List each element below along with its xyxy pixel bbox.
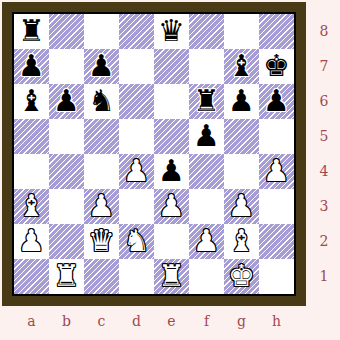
square-c4[interactable] bbox=[84, 154, 119, 189]
white-pawn[interactable]: ♟ bbox=[154, 189, 189, 224]
square-d2[interactable]: ♞ bbox=[119, 224, 154, 259]
black-pawn[interactable]: ♟ bbox=[49, 84, 84, 119]
white-pawn[interactable]: ♟ bbox=[119, 154, 154, 189]
square-d3[interactable] bbox=[119, 189, 154, 224]
square-e4[interactable]: ♟ bbox=[154, 154, 189, 189]
square-b4[interactable] bbox=[49, 154, 84, 189]
square-a2[interactable]: ♟ bbox=[14, 224, 49, 259]
square-b1[interactable]: ♜ bbox=[49, 259, 84, 294]
square-f6[interactable]: ♜ bbox=[189, 84, 224, 119]
square-b8[interactable] bbox=[49, 14, 84, 49]
file-label-h: h bbox=[259, 308, 294, 334]
white-knight[interactable]: ♞ bbox=[119, 224, 154, 259]
black-rook[interactable]: ♜ bbox=[14, 14, 49, 49]
file-label-e: e bbox=[154, 308, 189, 334]
white-pawn[interactable]: ♟ bbox=[189, 224, 224, 259]
square-e8[interactable]: ♛ bbox=[154, 14, 189, 49]
black-pawn[interactable]: ♟ bbox=[154, 154, 189, 189]
square-h8[interactable] bbox=[259, 14, 294, 49]
square-h1[interactable] bbox=[259, 259, 294, 294]
square-h3[interactable] bbox=[259, 189, 294, 224]
square-e2[interactable] bbox=[154, 224, 189, 259]
square-c1[interactable] bbox=[84, 259, 119, 294]
square-f7[interactable] bbox=[189, 49, 224, 84]
rank-label-1: 1 bbox=[312, 259, 336, 294]
rank-label-6: 6 bbox=[312, 84, 336, 119]
black-bishop[interactable]: ♝ bbox=[14, 84, 49, 119]
black-pawn[interactable]: ♟ bbox=[224, 84, 259, 119]
square-e7[interactable] bbox=[154, 49, 189, 84]
square-b3[interactable] bbox=[49, 189, 84, 224]
square-c2[interactable]: ♛ bbox=[84, 224, 119, 259]
square-g2[interactable]: ♝ bbox=[224, 224, 259, 259]
square-e1[interactable]: ♜ bbox=[154, 259, 189, 294]
rank-label-7: 7 bbox=[312, 49, 336, 84]
white-rook[interactable]: ♜ bbox=[49, 259, 84, 294]
square-h5[interactable] bbox=[259, 119, 294, 154]
square-a6[interactable]: ♝ bbox=[14, 84, 49, 119]
rank-label-2: 2 bbox=[312, 224, 336, 259]
square-d7[interactable] bbox=[119, 49, 154, 84]
square-f8[interactable] bbox=[189, 14, 224, 49]
square-a5[interactable] bbox=[14, 119, 49, 154]
square-g3[interactable]: ♟ bbox=[224, 189, 259, 224]
black-bishop[interactable]: ♝ bbox=[224, 49, 259, 84]
square-d4[interactable]: ♟ bbox=[119, 154, 154, 189]
square-c6[interactable]: ♞ bbox=[84, 84, 119, 119]
chess-board-frame: ♜♛♟♟♝♚♝♟♞♜♟♟♟♟♟♟♝♟♟♟♟♛♞♟♝♜♜♚ bbox=[2, 2, 306, 306]
white-pawn[interactable]: ♟ bbox=[84, 189, 119, 224]
square-d5[interactable] bbox=[119, 119, 154, 154]
square-d6[interactable] bbox=[119, 84, 154, 119]
black-pawn[interactable]: ♟ bbox=[189, 119, 224, 154]
square-c5[interactable] bbox=[84, 119, 119, 154]
square-a8[interactable]: ♜ bbox=[14, 14, 49, 49]
file-label-b: b bbox=[49, 308, 84, 334]
square-e3[interactable]: ♟ bbox=[154, 189, 189, 224]
square-g5[interactable] bbox=[224, 119, 259, 154]
square-d1[interactable] bbox=[119, 259, 154, 294]
file-label-g: g bbox=[224, 308, 259, 334]
black-pawn[interactable]: ♟ bbox=[14, 49, 49, 84]
white-rook[interactable]: ♜ bbox=[154, 259, 189, 294]
file-label-c: c bbox=[84, 308, 119, 334]
square-f2[interactable]: ♟ bbox=[189, 224, 224, 259]
file-label-d: d bbox=[119, 308, 154, 334]
white-bishop[interactable]: ♝ bbox=[224, 224, 259, 259]
white-king[interactable]: ♚ bbox=[224, 259, 259, 294]
square-b5[interactable] bbox=[49, 119, 84, 154]
square-f4[interactable] bbox=[189, 154, 224, 189]
white-bishop[interactable]: ♝ bbox=[14, 189, 49, 224]
rank-label-4: 4 bbox=[312, 154, 336, 189]
file-label-f: f bbox=[189, 308, 224, 334]
square-a1[interactable] bbox=[14, 259, 49, 294]
square-f5[interactable]: ♟ bbox=[189, 119, 224, 154]
rank-label-3: 3 bbox=[312, 189, 336, 224]
white-queen[interactable]: ♛ bbox=[84, 224, 119, 259]
square-a4[interactable] bbox=[14, 154, 49, 189]
board-grid: ♜♛♟♟♝♚♝♟♞♜♟♟♟♟♟♟♝♟♟♟♟♛♞♟♝♜♜♚ bbox=[14, 14, 294, 294]
square-d8[interactable] bbox=[119, 14, 154, 49]
square-g4[interactable] bbox=[224, 154, 259, 189]
square-b6[interactable]: ♟ bbox=[49, 84, 84, 119]
rank-label-5: 5 bbox=[312, 119, 336, 154]
white-pawn[interactable]: ♟ bbox=[259, 154, 294, 189]
black-king[interactable]: ♚ bbox=[259, 49, 294, 84]
file-label-a: a bbox=[14, 308, 49, 334]
square-b2[interactable] bbox=[49, 224, 84, 259]
black-queen[interactable]: ♛ bbox=[154, 14, 189, 49]
square-g7[interactable]: ♝ bbox=[224, 49, 259, 84]
rank-label-8: 8 bbox=[312, 14, 336, 49]
black-rook[interactable]: ♜ bbox=[189, 84, 224, 119]
square-e6[interactable] bbox=[154, 84, 189, 119]
square-c3[interactable]: ♟ bbox=[84, 189, 119, 224]
square-a3[interactable]: ♝ bbox=[14, 189, 49, 224]
square-g6[interactable]: ♟ bbox=[224, 84, 259, 119]
square-g8[interactable] bbox=[224, 14, 259, 49]
black-pawn[interactable]: ♟ bbox=[84, 49, 119, 84]
chess-board: ♜♛♟♟♝♚♝♟♞♜♟♟♟♟♟♟♝♟♟♟♟♛♞♟♝♜♜♚ bbox=[12, 12, 296, 296]
square-h4[interactable]: ♟ bbox=[259, 154, 294, 189]
file-labels: abcdefgh bbox=[14, 308, 294, 334]
white-pawn[interactable]: ♟ bbox=[224, 189, 259, 224]
black-pawn[interactable]: ♟ bbox=[259, 84, 294, 119]
square-c7[interactable]: ♟ bbox=[84, 49, 119, 84]
square-b7[interactable] bbox=[49, 49, 84, 84]
square-c8[interactable] bbox=[84, 14, 119, 49]
square-a7[interactable]: ♟ bbox=[14, 49, 49, 84]
square-e5[interactable] bbox=[154, 119, 189, 154]
square-f1[interactable] bbox=[189, 259, 224, 294]
rank-labels: 87654321 bbox=[312, 14, 336, 294]
square-h2[interactable] bbox=[259, 224, 294, 259]
square-f3[interactable] bbox=[189, 189, 224, 224]
black-knight[interactable]: ♞ bbox=[84, 84, 119, 119]
square-h6[interactable]: ♟ bbox=[259, 84, 294, 119]
white-pawn[interactable]: ♟ bbox=[14, 224, 49, 259]
square-h7[interactable]: ♚ bbox=[259, 49, 294, 84]
square-g1[interactable]: ♚ bbox=[224, 259, 259, 294]
